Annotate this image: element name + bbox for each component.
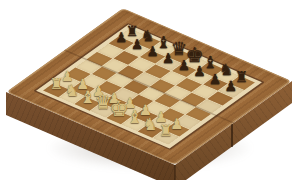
piece-black-pawn-e7[interactable]: ♟ bbox=[178, 58, 190, 72]
piece-white-rook-h1[interactable]: ♜ bbox=[159, 123, 173, 139]
piece-white-knight-b1[interactable]: ♞ bbox=[65, 83, 79, 99]
piece-white-rook-a1[interactable]: ♜ bbox=[50, 77, 63, 92]
piece-black-pawn-h7[interactable]: ♟ bbox=[224, 78, 237, 92]
piece-white-bishop-f1[interactable]: ♝ bbox=[127, 108, 143, 126]
product-photo-stage: ♜♞♝♛♚♝♞♜♟♟♟♟♟♟♟♟♟♟♟♟♟♟♟♟♜♞♝♛♚♝♞♜ bbox=[0, 0, 300, 180]
piece-black-pawn-f7[interactable]: ♟ bbox=[193, 65, 205, 79]
piece-black-pawn-c7[interactable]: ♟ bbox=[147, 45, 159, 59]
piece-black-rook-a8[interactable]: ♜ bbox=[126, 23, 139, 37]
piece-white-knight-g1[interactable]: ♞ bbox=[143, 116, 158, 133]
folding-hinge-seam bbox=[231, 124, 233, 147]
piece-black-pawn-d7[interactable]: ♟ bbox=[162, 52, 174, 66]
piece-black-pawn-b7[interactable]: ♟ bbox=[131, 38, 143, 52]
piece-black-pawn-a7[interactable]: ♟ bbox=[115, 32, 127, 45]
piece-white-bishop-c1[interactable]: ♝ bbox=[80, 88, 96, 105]
piece-black-pawn-g7[interactable]: ♟ bbox=[209, 72, 222, 86]
box-corner-edge bbox=[174, 165, 176, 180]
piece-white-king-e1[interactable]: ♚ bbox=[109, 98, 128, 120]
